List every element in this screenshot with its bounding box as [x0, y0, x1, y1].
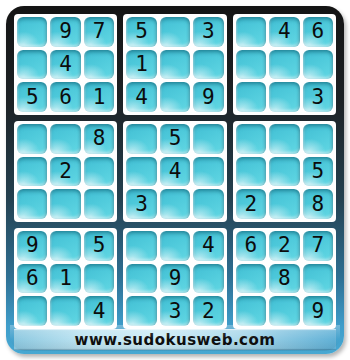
- box-1-3: 463: [233, 14, 336, 115]
- cell-r4c8[interactable]: [269, 124, 299, 154]
- cell-r6c8[interactable]: [269, 189, 299, 219]
- cell-r3c4[interactable]: 4: [126, 82, 156, 112]
- cell-r7c1[interactable]: 9: [17, 231, 47, 261]
- box-2-2: 543: [123, 121, 226, 222]
- cell-r6c2[interactable]: [50, 189, 80, 219]
- cell-r8c3[interactable]: [84, 264, 114, 294]
- cell-r1c5[interactable]: [160, 17, 190, 47]
- box-1-1: 974561: [14, 14, 117, 115]
- cell-r1c1[interactable]: [17, 17, 47, 47]
- cell-r8c8[interactable]: 8: [269, 264, 299, 294]
- cell-r9c9[interactable]: 9: [303, 296, 333, 326]
- cell-r8c1[interactable]: 6: [17, 264, 47, 294]
- cell-r8c5[interactable]: 9: [160, 264, 190, 294]
- box-3-3: 62789: [233, 228, 336, 329]
- cell-r2c3[interactable]: [84, 50, 114, 80]
- cell-r5c1[interactable]: [17, 157, 47, 187]
- cell-r7c7[interactable]: 6: [236, 231, 266, 261]
- cell-r7c4[interactable]: [126, 231, 156, 261]
- site-link[interactable]: www.sudokusweb.com: [14, 329, 336, 350]
- cell-r5c6[interactable]: [193, 157, 223, 187]
- cell-r9c4[interactable]: [126, 296, 156, 326]
- cell-r2c8[interactable]: [269, 50, 299, 80]
- cell-r9c6[interactable]: 2: [193, 296, 223, 326]
- box-3-1: 95614: [14, 228, 117, 329]
- cell-r2c7[interactable]: [236, 50, 266, 80]
- cell-r5c9[interactable]: 5: [303, 157, 333, 187]
- cell-r4c5[interactable]: 5: [160, 124, 190, 154]
- cell-r5c7[interactable]: [236, 157, 266, 187]
- cell-r4c7[interactable]: [236, 124, 266, 154]
- cell-r7c5[interactable]: [160, 231, 190, 261]
- cell-r4c1[interactable]: [17, 124, 47, 154]
- cell-r3c1[interactable]: 5: [17, 82, 47, 112]
- cell-r3c2[interactable]: 6: [50, 82, 80, 112]
- cell-r3c6[interactable]: 9: [193, 82, 223, 112]
- cell-r4c3[interactable]: 8: [84, 124, 114, 154]
- cell-r1c9[interactable]: 6: [303, 17, 333, 47]
- cell-r9c2[interactable]: [50, 296, 80, 326]
- cell-r8c4[interactable]: [126, 264, 156, 294]
- cell-r9c7[interactable]: [236, 296, 266, 326]
- cell-r4c9[interactable]: [303, 124, 333, 154]
- cell-r7c2[interactable]: [50, 231, 80, 261]
- cell-r5c3[interactable]: [84, 157, 114, 187]
- cell-r1c4[interactable]: 5: [126, 17, 156, 47]
- cell-r7c3[interactable]: 5: [84, 231, 114, 261]
- cell-r3c7[interactable]: [236, 82, 266, 112]
- cell-r6c5[interactable]: [160, 189, 190, 219]
- cell-r9c3[interactable]: 4: [84, 296, 114, 326]
- cell-r4c2[interactable]: [50, 124, 80, 154]
- cell-r5c5[interactable]: 4: [160, 157, 190, 187]
- cell-r3c9[interactable]: 3: [303, 82, 333, 112]
- cell-r7c8[interactable]: 2: [269, 231, 299, 261]
- cell-r9c8[interactable]: [269, 296, 299, 326]
- cell-r7c9[interactable]: 7: [303, 231, 333, 261]
- cell-r8c2[interactable]: 1: [50, 264, 80, 294]
- cell-r6c6[interactable]: [193, 189, 223, 219]
- cell-r2c6[interactable]: [193, 50, 223, 80]
- cell-r1c3[interactable]: 7: [84, 17, 114, 47]
- cell-r4c4[interactable]: [126, 124, 156, 154]
- cell-r8c7[interactable]: [236, 264, 266, 294]
- cell-r2c1[interactable]: [17, 50, 47, 80]
- cell-r8c6[interactable]: [193, 264, 223, 294]
- cell-r4c6[interactable]: [193, 124, 223, 154]
- box-1-2: 53149: [123, 14, 226, 115]
- cell-r2c9[interactable]: [303, 50, 333, 80]
- cell-r6c7[interactable]: 2: [236, 189, 266, 219]
- cell-r1c7[interactable]: [236, 17, 266, 47]
- cell-r6c4[interactable]: 3: [126, 189, 156, 219]
- cell-r1c8[interactable]: 4: [269, 17, 299, 47]
- sudoku-widget: 974561531494638254352895614493262789 www…: [0, 0, 350, 360]
- cell-r9c1[interactable]: [17, 296, 47, 326]
- cell-r2c4[interactable]: 1: [126, 50, 156, 80]
- cell-r3c8[interactable]: [269, 82, 299, 112]
- cell-r8c9[interactable]: [303, 264, 333, 294]
- box-2-1: 82: [14, 121, 117, 222]
- cell-r6c1[interactable]: [17, 189, 47, 219]
- cell-r9c5[interactable]: 3: [160, 296, 190, 326]
- cell-r5c4[interactable]: [126, 157, 156, 187]
- cell-r2c5[interactable]: [160, 50, 190, 80]
- cell-r7c6[interactable]: 4: [193, 231, 223, 261]
- cell-r5c2[interactable]: 2: [50, 157, 80, 187]
- cell-r3c5[interactable]: [160, 82, 190, 112]
- cell-r5c8[interactable]: [269, 157, 299, 187]
- cell-r1c2[interactable]: 9: [50, 17, 80, 47]
- cell-r1c6[interactable]: 3: [193, 17, 223, 47]
- box-2-3: 528: [233, 121, 336, 222]
- box-3-2: 4932: [123, 228, 226, 329]
- cell-r2c2[interactable]: 4: [50, 50, 80, 80]
- board-frame: 974561531494638254352895614493262789 www…: [6, 6, 344, 354]
- cell-r3c3[interactable]: 1: [84, 82, 114, 112]
- cell-r6c3[interactable]: [84, 189, 114, 219]
- cell-r6c9[interactable]: 8: [303, 189, 333, 219]
- sudoku-board: 974561531494638254352895614493262789: [14, 14, 336, 329]
